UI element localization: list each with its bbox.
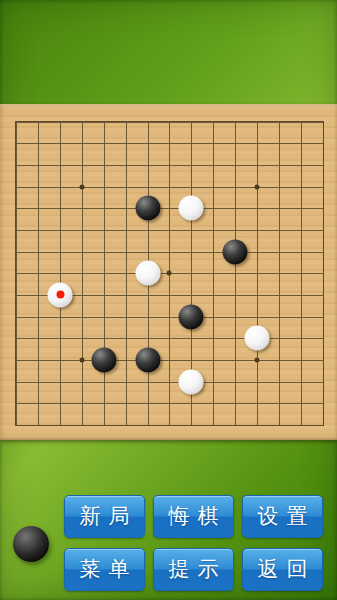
back-button[interactable]: 返回 (242, 548, 323, 591)
last-move-marker (56, 291, 64, 299)
goban-board[interactable] (0, 104, 337, 440)
star-point (79, 184, 84, 189)
turn-indicator-black-stone (13, 526, 49, 562)
settings-button[interactable]: 设置 (242, 495, 323, 538)
stone-black (135, 347, 160, 372)
stone-white (179, 369, 204, 394)
stone-white (48, 282, 73, 307)
star-point (167, 271, 172, 276)
menu-button[interactable]: 菜单 (64, 548, 145, 591)
hint-button[interactable]: 提示 (153, 548, 234, 591)
stone-white (179, 196, 204, 221)
star-point (254, 184, 259, 189)
stone-black (135, 196, 160, 221)
stone-black (179, 304, 204, 329)
stone-white (135, 261, 160, 286)
game-screen: 新局 悔棋 设置 菜单 提示 返回 (0, 0, 337, 600)
stone-white (244, 326, 269, 351)
new-game-button[interactable]: 新局 (64, 495, 145, 538)
star-point (254, 357, 259, 362)
stone-black (223, 239, 248, 264)
star-point (79, 357, 84, 362)
undo-button[interactable]: 悔棋 (153, 495, 234, 538)
stone-black (91, 347, 116, 372)
